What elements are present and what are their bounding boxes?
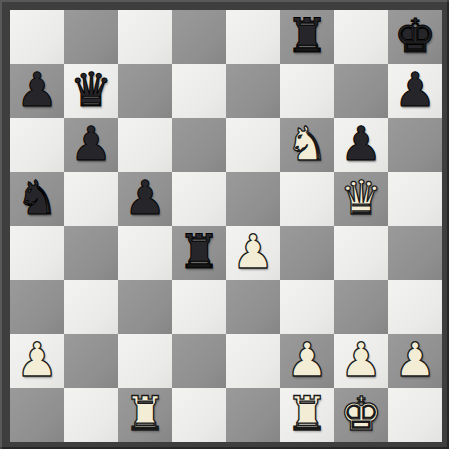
square-b7[interactable]: ♛ xyxy=(64,64,118,118)
square-a2[interactable]: ♟ xyxy=(10,334,64,388)
piece-white-knight[interactable]: ♞ xyxy=(286,118,328,171)
square-g6[interactable]: ♟ xyxy=(334,118,388,172)
square-e7[interactable] xyxy=(226,64,280,118)
piece-white-rook[interactable]: ♜ xyxy=(124,388,166,441)
square-a4[interactable] xyxy=(10,226,64,280)
piece-black-knight[interactable]: ♞ xyxy=(16,172,58,225)
square-g3[interactable] xyxy=(334,280,388,334)
square-f4[interactable] xyxy=(280,226,334,280)
square-g2[interactable]: ♟ xyxy=(334,334,388,388)
square-d4[interactable]: ♜ xyxy=(172,226,226,280)
square-a1[interactable] xyxy=(10,388,64,442)
square-d8[interactable] xyxy=(172,10,226,64)
square-a3[interactable] xyxy=(10,280,64,334)
square-h1[interactable] xyxy=(388,388,442,442)
square-d1[interactable] xyxy=(172,388,226,442)
piece-black-rook[interactable]: ♜ xyxy=(178,226,220,279)
square-a5[interactable]: ♞ xyxy=(10,172,64,226)
square-h2[interactable]: ♟ xyxy=(388,334,442,388)
square-f3[interactable] xyxy=(280,280,334,334)
square-g5[interactable]: ♛ xyxy=(334,172,388,226)
square-b6[interactable]: ♟ xyxy=(64,118,118,172)
board-frame: ♜♚♟♛♟♟♞♟♞♟♛♜♟♟♟♟♟♜♜♚ xyxy=(0,0,449,449)
square-d7[interactable] xyxy=(172,64,226,118)
square-h7[interactable]: ♟ xyxy=(388,64,442,118)
square-c3[interactable] xyxy=(118,280,172,334)
square-b1[interactable] xyxy=(64,388,118,442)
square-b4[interactable] xyxy=(64,226,118,280)
piece-black-pawn[interactable]: ♟ xyxy=(340,118,382,171)
square-h3[interactable] xyxy=(388,280,442,334)
square-e2[interactable] xyxy=(226,334,280,388)
square-a8[interactable] xyxy=(10,10,64,64)
square-e3[interactable] xyxy=(226,280,280,334)
piece-black-pawn[interactable]: ♟ xyxy=(16,64,58,117)
square-h6[interactable] xyxy=(388,118,442,172)
square-c6[interactable] xyxy=(118,118,172,172)
square-g8[interactable] xyxy=(334,10,388,64)
square-d3[interactable] xyxy=(172,280,226,334)
square-b2[interactable] xyxy=(64,334,118,388)
square-h5[interactable] xyxy=(388,172,442,226)
piece-white-pawn[interactable]: ♟ xyxy=(16,334,58,387)
piece-white-pawn[interactable]: ♟ xyxy=(232,226,274,279)
square-h8[interactable]: ♚ xyxy=(388,10,442,64)
piece-black-rook[interactable]: ♜ xyxy=(286,10,328,63)
square-f6[interactable]: ♞ xyxy=(280,118,334,172)
piece-white-pawn[interactable]: ♟ xyxy=(394,334,436,387)
piece-white-rook[interactable]: ♜ xyxy=(286,388,328,441)
square-c7[interactable] xyxy=(118,64,172,118)
square-a7[interactable]: ♟ xyxy=(10,64,64,118)
square-f7[interactable] xyxy=(280,64,334,118)
square-e5[interactable] xyxy=(226,172,280,226)
square-f2[interactable]: ♟ xyxy=(280,334,334,388)
square-b3[interactable] xyxy=(64,280,118,334)
square-c2[interactable] xyxy=(118,334,172,388)
piece-black-pawn[interactable]: ♟ xyxy=(70,118,112,171)
square-c1[interactable]: ♜ xyxy=(118,388,172,442)
square-f5[interactable] xyxy=(280,172,334,226)
square-b8[interactable] xyxy=(64,10,118,64)
chess-board: ♜♚♟♛♟♟♞♟♞♟♛♜♟♟♟♟♟♜♜♚ xyxy=(10,10,442,442)
square-f1[interactable]: ♜ xyxy=(280,388,334,442)
square-c5[interactable]: ♟ xyxy=(118,172,172,226)
square-a6[interactable] xyxy=(10,118,64,172)
piece-black-queen[interactable]: ♛ xyxy=(70,64,112,117)
square-e4[interactable]: ♟ xyxy=(226,226,280,280)
square-e6[interactable] xyxy=(226,118,280,172)
piece-black-king[interactable]: ♚ xyxy=(394,10,436,63)
square-e8[interactable] xyxy=(226,10,280,64)
square-e1[interactable] xyxy=(226,388,280,442)
piece-black-pawn[interactable]: ♟ xyxy=(394,64,436,117)
piece-white-pawn[interactable]: ♟ xyxy=(286,334,328,387)
square-d5[interactable] xyxy=(172,172,226,226)
piece-black-pawn[interactable]: ♟ xyxy=(124,172,166,225)
square-c8[interactable] xyxy=(118,10,172,64)
square-f8[interactable]: ♜ xyxy=(280,10,334,64)
square-g7[interactable] xyxy=(334,64,388,118)
square-g4[interactable] xyxy=(334,226,388,280)
square-g1[interactable]: ♚ xyxy=(334,388,388,442)
piece-white-pawn[interactable]: ♟ xyxy=(340,334,382,387)
square-b5[interactable] xyxy=(64,172,118,226)
piece-white-queen[interactable]: ♛ xyxy=(340,172,382,225)
square-d2[interactable] xyxy=(172,334,226,388)
piece-white-king[interactable]: ♚ xyxy=(340,388,382,441)
square-d6[interactable] xyxy=(172,118,226,172)
square-h4[interactable] xyxy=(388,226,442,280)
square-c4[interactable] xyxy=(118,226,172,280)
